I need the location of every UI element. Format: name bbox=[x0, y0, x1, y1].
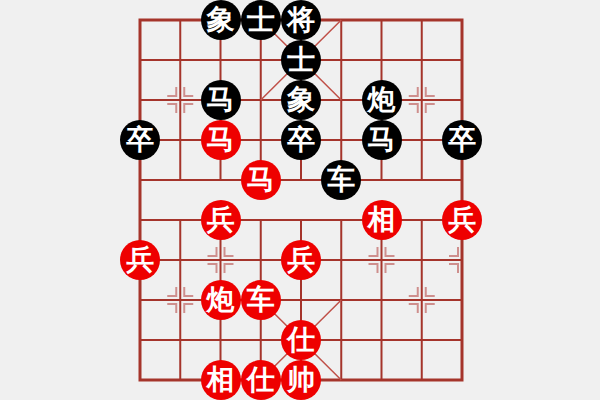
piece-black-soldier[interactable]: 卒 bbox=[120, 120, 160, 160]
piece-red-advisor[interactable]: 仕 bbox=[281, 320, 321, 360]
piece-black-elephant[interactable]: 象 bbox=[281, 80, 321, 120]
piece-black-cannon[interactable]: 炮 bbox=[362, 80, 402, 120]
piece-red-soldier[interactable]: 兵 bbox=[120, 240, 160, 280]
piece-red-horse[interactable]: 马 bbox=[241, 160, 281, 200]
piece-red-horse[interactable]: 马 bbox=[201, 120, 241, 160]
piece-red-soldier[interactable]: 兵 bbox=[281, 240, 321, 280]
piece-black-horse[interactable]: 马 bbox=[201, 80, 241, 120]
piece-black-horse[interactable]: 马 bbox=[362, 120, 402, 160]
piece-red-soldier[interactable]: 兵 bbox=[201, 200, 241, 240]
piece-red-chariot[interactable]: 车 bbox=[241, 280, 281, 320]
piece-black-chariot[interactable]: 车 bbox=[321, 160, 361, 200]
piece-red-cannon[interactable]: 炮 bbox=[201, 280, 241, 320]
piece-black-soldier[interactable]: 卒 bbox=[442, 120, 482, 160]
piece-red-elephant[interactable]: 相 bbox=[201, 360, 241, 400]
pieces-layer: 象士将士马象炮卒马卒马卒马车兵相兵兵兵炮车仕相仕帅 bbox=[120, 0, 482, 400]
piece-red-general[interactable]: 帅 bbox=[281, 360, 321, 400]
piece-red-soldier[interactable]: 兵 bbox=[442, 200, 482, 240]
piece-black-advisor[interactable]: 士 bbox=[241, 0, 281, 40]
piece-black-elephant[interactable]: 象 bbox=[201, 0, 241, 40]
xiangqi-board: 象士将士马象炮卒马卒马卒马车兵相兵兵兵炮车仕相仕帅 bbox=[0, 0, 600, 400]
piece-red-elephant[interactable]: 相 bbox=[362, 200, 402, 240]
piece-black-general[interactable]: 将 bbox=[281, 0, 321, 40]
piece-black-soldier[interactable]: 卒 bbox=[281, 120, 321, 160]
piece-red-advisor[interactable]: 仕 bbox=[241, 360, 281, 400]
piece-black-advisor[interactable]: 士 bbox=[281, 40, 321, 80]
